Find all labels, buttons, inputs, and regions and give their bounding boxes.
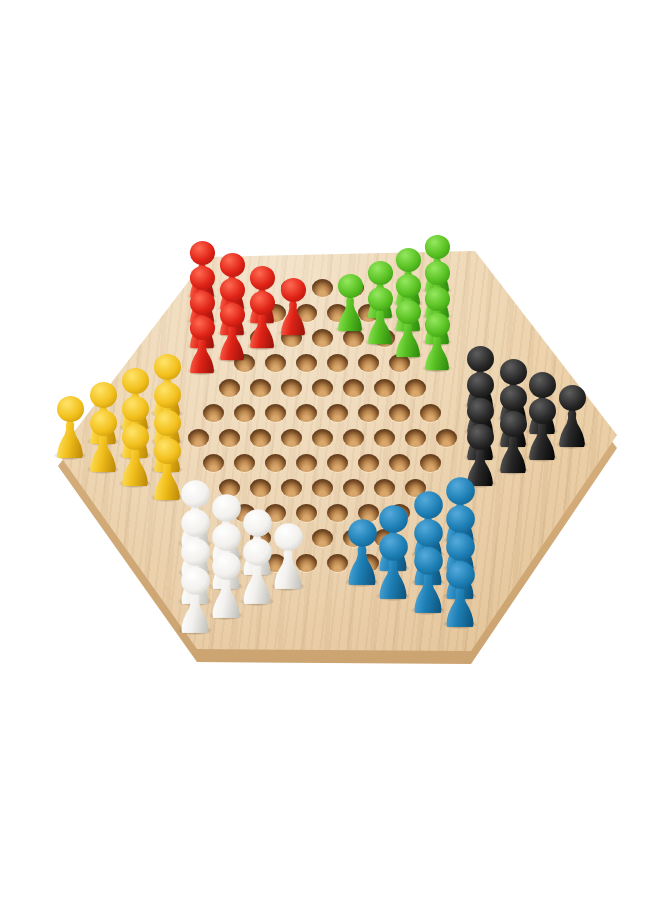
peg-head	[181, 480, 210, 508]
board-hole[interactable]	[265, 404, 286, 422]
peg-body	[248, 313, 276, 348]
peg-head	[122, 424, 149, 450]
peg-body	[88, 434, 118, 472]
peg-body	[210, 578, 242, 618]
board-hole[interactable]	[265, 454, 286, 472]
board-hole[interactable]	[374, 479, 395, 497]
peg-body	[120, 448, 150, 486]
peg-head	[122, 368, 149, 394]
peg-white[interactable]	[239, 538, 275, 604]
peg-head	[467, 398, 494, 424]
product-photo	[0, 0, 660, 900]
board-hole[interactable]	[250, 479, 271, 497]
peg-head	[559, 385, 586, 411]
peg-head	[219, 253, 244, 277]
peg-head	[367, 287, 392, 311]
board-hole[interactable]	[296, 404, 317, 422]
peg-head	[529, 372, 556, 398]
peg-head	[379, 505, 408, 533]
board-hole[interactable]	[312, 379, 333, 397]
peg-body	[394, 322, 422, 357]
board-hole[interactable]	[312, 279, 333, 297]
peg-head	[280, 278, 305, 302]
board-hole[interactable]	[296, 354, 317, 372]
board-hole[interactable]	[420, 404, 441, 422]
peg-body	[444, 587, 476, 627]
board-hole[interactable]	[312, 529, 333, 547]
peg-white[interactable]	[208, 552, 244, 618]
peg-head	[446, 505, 475, 533]
peg-head	[212, 552, 241, 580]
board-hole[interactable]	[374, 429, 395, 447]
peg-head	[243, 538, 272, 566]
peg-head	[348, 519, 377, 547]
peg-head	[90, 382, 117, 408]
board-hole[interactable]	[358, 354, 379, 372]
peg-green[interactable]	[421, 313, 453, 371]
peg-head	[219, 278, 244, 302]
board-hole[interactable]	[343, 429, 364, 447]
peg-head	[212, 494, 241, 522]
peg-head	[189, 290, 214, 314]
peg-body	[346, 545, 378, 585]
peg-green[interactable]	[334, 274, 366, 332]
peg-head	[249, 265, 274, 289]
board-hole[interactable]	[234, 404, 255, 422]
peg-head	[189, 240, 214, 264]
board-hole[interactable]	[420, 454, 441, 472]
peg-body	[55, 420, 85, 458]
peg-head	[446, 477, 475, 505]
board-hole[interactable]	[405, 379, 426, 397]
peg-head	[529, 398, 556, 424]
peg-blue[interactable]	[410, 547, 446, 613]
peg-head	[181, 509, 210, 537]
peg-head	[189, 315, 214, 339]
peg-black[interactable]	[555, 385, 589, 447]
peg-head	[424, 313, 449, 337]
peg-head	[414, 519, 443, 547]
peg-head	[154, 382, 181, 408]
peg-yellow[interactable]	[118, 424, 152, 486]
peg-blue[interactable]	[442, 561, 478, 627]
board-hole[interactable]	[296, 454, 317, 472]
peg-red[interactable]	[216, 303, 248, 361]
peg-head	[467, 372, 494, 398]
peg-head	[337, 274, 362, 298]
board-hole[interactable]	[281, 479, 302, 497]
board-hole[interactable]	[312, 329, 333, 347]
peg-body	[498, 435, 528, 473]
peg-head	[446, 561, 475, 589]
peg-white[interactable]	[270, 523, 306, 589]
peg-green[interactable]	[392, 300, 424, 358]
peg-head	[424, 287, 449, 311]
peg-head	[154, 438, 181, 464]
board-hole[interactable]	[250, 429, 271, 447]
board-hole[interactable]	[281, 429, 302, 447]
peg-head	[424, 235, 449, 259]
board-hole[interactable]	[219, 379, 240, 397]
peg-head	[500, 385, 527, 411]
peg-green[interactable]	[364, 287, 396, 345]
peg-head	[367, 261, 392, 285]
peg-black[interactable]	[496, 411, 530, 473]
peg-head	[90, 410, 117, 436]
peg-head	[154, 354, 181, 380]
peg-head	[122, 396, 149, 422]
peg-body	[179, 592, 211, 632]
peg-head	[395, 274, 420, 298]
board-hole[interactable]	[203, 404, 224, 422]
board-hole[interactable]	[343, 479, 364, 497]
board-hole[interactable]	[343, 379, 364, 397]
peg-head	[154, 410, 181, 436]
board-hole[interactable]	[219, 429, 240, 447]
peg-head	[446, 533, 475, 561]
board-hole[interactable]	[389, 454, 410, 472]
board-hole[interactable]	[327, 454, 348, 472]
peg-head	[379, 533, 408, 561]
board-hole[interactable]	[312, 479, 333, 497]
peg-head	[181, 538, 210, 566]
peg-red[interactable]	[277, 278, 309, 336]
peg-head	[395, 300, 420, 324]
board-hole[interactable]	[327, 354, 348, 372]
peg-head	[219, 303, 244, 327]
peg-body	[412, 573, 444, 613]
peg-body	[377, 559, 409, 599]
board-hole[interactable]	[296, 504, 317, 522]
board-hole[interactable]	[265, 354, 286, 372]
peg-body	[336, 296, 364, 331]
peg-red[interactable]	[246, 290, 278, 348]
peg-head	[189, 265, 214, 289]
peg-head	[467, 424, 494, 450]
peg-white[interactable]	[177, 567, 213, 633]
board-hole[interactable]	[312, 429, 333, 447]
peg-body	[527, 422, 557, 460]
board-hole[interactable]	[405, 429, 426, 447]
board-hole[interactable]	[358, 404, 379, 422]
peg-head	[274, 523, 303, 551]
peg-body	[272, 549, 304, 589]
peg-yellow[interactable]	[53, 396, 87, 458]
peg-head	[467, 346, 494, 372]
peg-head	[57, 396, 84, 422]
board-hole[interactable]	[436, 429, 457, 447]
peg-head	[500, 411, 527, 437]
peg-head	[500, 359, 527, 385]
board-hole[interactable]	[389, 404, 410, 422]
peg-head	[414, 491, 443, 519]
peg-blue[interactable]	[375, 533, 411, 599]
peg-head	[395, 248, 420, 272]
peg-body	[218, 325, 246, 360]
board-hole[interactable]	[250, 379, 271, 397]
board-hole[interactable]	[234, 454, 255, 472]
board-hole[interactable]	[358, 454, 379, 472]
board-hole[interactable]	[327, 404, 348, 422]
peg-head	[424, 261, 449, 285]
peg-head	[249, 290, 274, 314]
peg-body	[557, 409, 587, 447]
peg-head	[243, 509, 272, 537]
peg-head	[181, 567, 210, 595]
peg-body	[188, 338, 216, 373]
peg-body	[279, 300, 307, 335]
peg-head	[414, 547, 443, 575]
peg-head	[212, 523, 241, 551]
board-hole[interactable]	[188, 429, 209, 447]
board-hole[interactable]	[374, 379, 395, 397]
board-hole[interactable]	[203, 454, 224, 472]
peg-black[interactable]	[525, 398, 559, 460]
peg-body	[366, 309, 394, 344]
peg-yellow[interactable]	[86, 410, 120, 472]
peg-red[interactable]	[186, 315, 218, 373]
board-hole[interactable]	[281, 379, 302, 397]
peg-body	[241, 563, 273, 603]
peg-body	[423, 335, 451, 370]
